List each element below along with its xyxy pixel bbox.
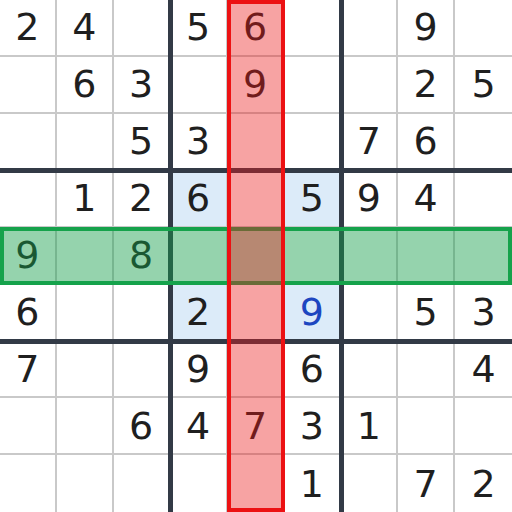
cell-r6c3[interactable]: [114, 284, 171, 341]
cell-r1c7[interactable]: [341, 0, 398, 57]
cell-r5c6[interactable]: [284, 228, 341, 285]
cell-r7c1[interactable]: 7: [0, 341, 57, 398]
cell-r8c5[interactable]: 7: [228, 398, 285, 455]
cell-r8c7[interactable]: 1: [341, 398, 398, 455]
cell-r6c8[interactable]: 5: [398, 284, 455, 341]
cell-r8c3[interactable]: 6: [114, 398, 171, 455]
cell-r9c1[interactable]: [0, 455, 57, 512]
cell-r1c9[interactable]: [455, 0, 512, 57]
cell-r6c5[interactable]: [228, 284, 285, 341]
cell-r4c6[interactable]: 5: [284, 171, 341, 228]
cell-r7c3[interactable]: [114, 341, 171, 398]
cell-r1c4[interactable]: 5: [171, 0, 228, 57]
cell-r8c4[interactable]: 4: [171, 398, 228, 455]
cell-r9c4[interactable]: [171, 455, 228, 512]
cell-r1c5[interactable]: 6: [228, 0, 285, 57]
cell-r7c6[interactable]: 6: [284, 341, 341, 398]
cell-r4c4[interactable]: 6: [171, 171, 228, 228]
cell-r9c7[interactable]: [341, 455, 398, 512]
cell-r7c5[interactable]: [228, 341, 285, 398]
cell-r2c6[interactable]: [284, 57, 341, 114]
cell-r2c1[interactable]: [0, 57, 57, 114]
cell-r5c9[interactable]: [455, 228, 512, 285]
cell-r5c2[interactable]: [57, 228, 114, 285]
cell-r1c3[interactable]: [114, 0, 171, 57]
sudoku-grid: 245696392553761265949862953796464731172: [0, 0, 512, 512]
cell-r4c8[interactable]: 4: [398, 171, 455, 228]
cell-r9c9[interactable]: 2: [455, 455, 512, 512]
cell-r5c3[interactable]: 8: [114, 228, 171, 285]
cell-r8c9[interactable]: [455, 398, 512, 455]
cell-r5c5[interactable]: [228, 228, 285, 285]
cell-r5c7[interactable]: [341, 228, 398, 285]
cell-r1c1[interactable]: 2: [0, 0, 57, 57]
cell-r7c7[interactable]: [341, 341, 398, 398]
cell-r3c9[interactable]: [455, 114, 512, 171]
cell-r2c5[interactable]: 9: [228, 57, 285, 114]
cell-r2c2[interactable]: 6: [57, 57, 114, 114]
sudoku-board: 245696392553761265949862953796464731172: [0, 0, 512, 512]
cell-r7c8[interactable]: [398, 341, 455, 398]
cell-r1c6[interactable]: [284, 0, 341, 57]
cell-r3c6[interactable]: [284, 114, 341, 171]
cell-r3c2[interactable]: [57, 114, 114, 171]
cell-r7c4[interactable]: 9: [171, 341, 228, 398]
cell-r2c3[interactable]: 3: [114, 57, 171, 114]
cell-r6c6[interactable]: 9: [284, 284, 341, 341]
cell-r4c2[interactable]: 1: [57, 171, 114, 228]
cell-r9c2[interactable]: [57, 455, 114, 512]
cell-r5c8[interactable]: [398, 228, 455, 285]
cell-r4c5[interactable]: [228, 171, 285, 228]
cell-r9c5[interactable]: [228, 455, 285, 512]
cell-r6c1[interactable]: 6: [0, 284, 57, 341]
cell-r6c4[interactable]: 2: [171, 284, 228, 341]
cell-r7c9[interactable]: 4: [455, 341, 512, 398]
cell-r4c3[interactable]: 2: [114, 171, 171, 228]
cell-r4c9[interactable]: [455, 171, 512, 228]
cell-r5c4[interactable]: [171, 228, 228, 285]
cell-r7c2[interactable]: [57, 341, 114, 398]
cell-r6c2[interactable]: [57, 284, 114, 341]
cell-r9c8[interactable]: 7: [398, 455, 455, 512]
cell-r8c2[interactable]: [57, 398, 114, 455]
cell-r8c8[interactable]: [398, 398, 455, 455]
cell-r5c1[interactable]: 9: [0, 228, 57, 285]
cell-r2c8[interactable]: 2: [398, 57, 455, 114]
cell-r1c8[interactable]: 9: [398, 0, 455, 57]
cell-r3c8[interactable]: 6: [398, 114, 455, 171]
cell-r4c7[interactable]: 9: [341, 171, 398, 228]
cell-r2c4[interactable]: [171, 57, 228, 114]
cell-r3c7[interactable]: 7: [341, 114, 398, 171]
cell-r3c4[interactable]: 3: [171, 114, 228, 171]
cell-r9c6[interactable]: 1: [284, 455, 341, 512]
cell-r6c7[interactable]: [341, 284, 398, 341]
cell-r8c6[interactable]: 3: [284, 398, 341, 455]
cell-r9c3[interactable]: [114, 455, 171, 512]
cell-r3c3[interactable]: 5: [114, 114, 171, 171]
cell-r2c9[interactable]: 5: [455, 57, 512, 114]
cell-r1c2[interactable]: 4: [57, 0, 114, 57]
cell-r3c5[interactable]: [228, 114, 285, 171]
cell-r4c1[interactable]: [0, 171, 57, 228]
cell-r3c1[interactable]: [0, 114, 57, 171]
cell-r6c9[interactable]: 3: [455, 284, 512, 341]
cell-r8c1[interactable]: [0, 398, 57, 455]
cell-r2c7[interactable]: [341, 57, 398, 114]
